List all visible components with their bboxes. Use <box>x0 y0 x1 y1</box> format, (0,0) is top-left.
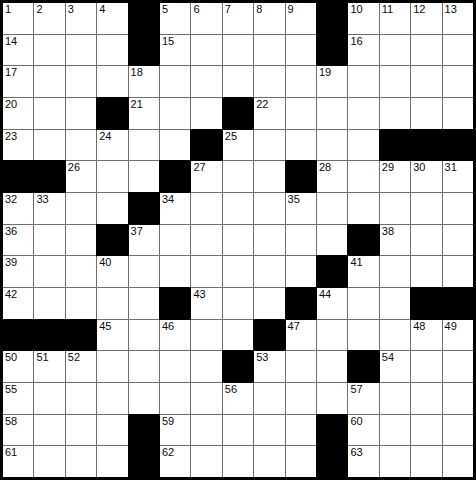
clue-number-21: 21 <box>131 99 143 110</box>
white-cell-r4-c5[interactable]: 21 <box>129 98 159 129</box>
white-cell-r15-c7[interactable] <box>191 446 221 477</box>
white-cell-r7-c8[interactable] <box>223 193 253 224</box>
white-cell-r1-c12[interactable]: 10 <box>348 3 378 34</box>
white-cell-r6-c4[interactable] <box>97 161 127 192</box>
white-cell-r6-c5[interactable] <box>129 161 159 192</box>
clue-number-30: 30 <box>413 162 425 173</box>
clue-number-59: 59 <box>162 416 174 427</box>
white-cell-r15-c12[interactable]: 63 <box>348 446 378 477</box>
black-cell-r4-c4 <box>97 98 127 129</box>
black-cell-r5-c15 <box>443 130 473 161</box>
clue-number-3: 3 <box>68 4 74 15</box>
white-cell-r9-c1[interactable]: 39 <box>3 256 33 287</box>
white-cell-r7-c3[interactable] <box>66 193 96 224</box>
white-cell-r5-c12[interactable] <box>348 130 378 161</box>
white-cell-r5-c10[interactable] <box>286 130 316 161</box>
white-cell-r12-c9[interactable]: 53 <box>254 351 284 382</box>
white-cell-r12-c3[interactable]: 52 <box>66 351 96 382</box>
white-cell-r8-c1[interactable]: 36 <box>3 225 33 256</box>
white-cell-r2-c9[interactable] <box>254 35 284 66</box>
white-cell-r1-c8[interactable]: 7 <box>223 3 253 34</box>
white-cell-r3-c8[interactable] <box>223 66 253 97</box>
black-cell-r11-c9 <box>254 320 284 351</box>
white-cell-r2-c2[interactable] <box>34 35 64 66</box>
white-cell-r8-c8[interactable] <box>223 225 253 256</box>
white-cell-r15-c1[interactable]: 61 <box>3 446 33 477</box>
white-cell-r7-c1[interactable]: 32 <box>3 193 33 224</box>
clue-number-27: 27 <box>193 162 205 173</box>
white-cell-r12-c1[interactable]: 50 <box>3 351 33 382</box>
white-cell-r7-c9[interactable] <box>254 193 284 224</box>
white-cell-r13-c15[interactable] <box>443 383 473 414</box>
white-cell-r6-c14[interactable]: 30 <box>411 161 441 192</box>
white-cell-r1-c6[interactable]: 5 <box>160 3 190 34</box>
black-cell-r1-c11 <box>317 3 347 34</box>
white-cell-r5-c1[interactable]: 23 <box>3 130 33 161</box>
white-cell-r12-c11[interactable] <box>317 351 347 382</box>
white-cell-r7-c6[interactable]: 34 <box>160 193 190 224</box>
clue-number-28: 28 <box>319 162 331 173</box>
white-cell-r14-c2[interactable] <box>34 415 64 446</box>
clue-number-33: 33 <box>36 194 48 205</box>
black-cell-r10-c6 <box>160 288 190 319</box>
white-cell-r3-c10[interactable] <box>286 66 316 97</box>
white-cell-r8-c9[interactable] <box>254 225 284 256</box>
white-cell-r10-c2[interactable] <box>34 288 64 319</box>
white-cell-r14-c9[interactable] <box>254 415 284 446</box>
white-cell-r11-c6[interactable]: 46 <box>160 320 190 351</box>
white-cell-r1-c3[interactable]: 3 <box>66 3 96 34</box>
white-cell-r1-c7[interactable]: 6 <box>191 3 221 34</box>
white-cell-r4-c13[interactable] <box>380 98 410 129</box>
black-cell-r2-c5 <box>129 35 159 66</box>
white-cell-r3-c12[interactable] <box>348 66 378 97</box>
white-cell-r4-c6[interactable] <box>160 98 190 129</box>
white-cell-r13-c10[interactable] <box>286 383 316 414</box>
white-cell-r10-c8[interactable] <box>223 288 253 319</box>
clue-number-2: 2 <box>36 4 42 15</box>
white-cell-r11-c11[interactable] <box>317 320 347 351</box>
white-cell-r2-c3[interactable] <box>66 35 96 66</box>
clue-number-13: 13 <box>445 4 457 15</box>
clue-number-22: 22 <box>256 99 268 110</box>
clue-number-12: 12 <box>413 4 425 15</box>
white-cell-r1-c9[interactable]: 8 <box>254 3 284 34</box>
white-cell-r2-c8[interactable] <box>223 35 253 66</box>
white-cell-r3-c7[interactable] <box>191 66 221 97</box>
white-cell-r12-c13[interactable]: 54 <box>380 351 410 382</box>
white-cell-r5-c3[interactable] <box>66 130 96 161</box>
white-cell-r10-c12[interactable] <box>348 288 378 319</box>
white-cell-r4-c15[interactable] <box>443 98 473 129</box>
white-cell-r6-c13[interactable]: 29 <box>380 161 410 192</box>
white-cell-r1-c10[interactable]: 9 <box>286 3 316 34</box>
white-cell-r13-c2[interactable] <box>34 383 64 414</box>
clue-number-4: 4 <box>99 4 105 15</box>
white-cell-r12-c14[interactable] <box>411 351 441 382</box>
white-cell-r15-c3[interactable] <box>66 446 96 477</box>
white-cell-r12-c15[interactable] <box>443 351 473 382</box>
white-cell-r1-c4[interactable]: 4 <box>97 3 127 34</box>
white-cell-r3-c13[interactable] <box>380 66 410 97</box>
white-cell-r13-c5[interactable] <box>129 383 159 414</box>
white-cell-r15-c14[interactable] <box>411 446 441 477</box>
white-cell-r14-c8[interactable] <box>223 415 253 446</box>
black-cell-r6-c1 <box>3 161 33 192</box>
white-cell-r13-c3[interactable] <box>66 383 96 414</box>
clue-number-63: 63 <box>350 447 362 458</box>
clue-number-18: 18 <box>131 67 143 78</box>
white-cell-r5-c5[interactable] <box>129 130 159 161</box>
black-cell-r5-c14 <box>411 130 441 161</box>
clue-number-50: 50 <box>5 352 17 363</box>
white-cell-r10-c9[interactable] <box>254 288 284 319</box>
white-cell-r1-c1[interactable]: 1 <box>3 3 33 34</box>
white-cell-r15-c8[interactable] <box>223 446 253 477</box>
white-cell-r3-c6[interactable] <box>160 66 190 97</box>
black-cell-r10-c14 <box>411 288 441 319</box>
black-cell-r12-c8 <box>223 351 253 382</box>
white-cell-r6-c11[interactable]: 28 <box>317 161 347 192</box>
white-cell-r8-c13[interactable]: 38 <box>380 225 410 256</box>
white-cell-r9-c8[interactable] <box>223 256 253 287</box>
white-cell-r2-c10[interactable] <box>286 35 316 66</box>
white-cell-r14-c10[interactable] <box>286 415 316 446</box>
white-cell-r12-c6[interactable] <box>160 351 190 382</box>
white-cell-r11-c14[interactable]: 48 <box>411 320 441 351</box>
clue-number-26: 26 <box>68 162 80 173</box>
white-cell-r14-c14[interactable] <box>411 415 441 446</box>
clue-number-54: 54 <box>382 352 394 363</box>
white-cell-r13-c11[interactable] <box>317 383 347 414</box>
white-cell-r7-c12[interactable] <box>348 193 378 224</box>
white-cell-r14-c13[interactable] <box>380 415 410 446</box>
white-cell-r3-c2[interactable] <box>34 66 64 97</box>
black-cell-r7-c5 <box>129 193 159 224</box>
clue-number-55: 55 <box>5 384 17 395</box>
white-cell-r7-c13[interactable] <box>380 193 410 224</box>
white-cell-r10-c3[interactable] <box>66 288 96 319</box>
black-cell-r11-c2 <box>34 320 64 351</box>
white-cell-r4-c14[interactable] <box>411 98 441 129</box>
clue-number-41: 41 <box>350 257 362 268</box>
white-cell-r10-c11[interactable]: 44 <box>317 288 347 319</box>
white-cell-r2-c4[interactable] <box>97 35 127 66</box>
white-cell-r9-c12[interactable]: 41 <box>348 256 378 287</box>
white-cell-r7-c4[interactable] <box>97 193 127 224</box>
white-cell-r10-c5[interactable] <box>129 288 159 319</box>
white-cell-r12-c4[interactable] <box>97 351 127 382</box>
white-cell-r11-c10[interactable]: 47 <box>286 320 316 351</box>
clue-number-53: 53 <box>256 352 268 363</box>
white-cell-r9-c9[interactable] <box>254 256 284 287</box>
white-cell-r4-c7[interactable] <box>191 98 221 129</box>
white-cell-r14-c3[interactable] <box>66 415 96 446</box>
white-cell-r5-c2[interactable] <box>34 130 64 161</box>
white-cell-r11-c12[interactable] <box>348 320 378 351</box>
white-cell-r8-c11[interactable] <box>317 225 347 256</box>
clue-number-45: 45 <box>99 321 111 332</box>
white-cell-r8-c14[interactable] <box>411 225 441 256</box>
black-cell-r1-c5 <box>129 3 159 34</box>
black-cell-r15-c5 <box>129 446 159 477</box>
white-cell-r6-c8[interactable] <box>223 161 253 192</box>
clue-number-61: 61 <box>5 447 17 458</box>
clue-number-48: 48 <box>413 321 425 332</box>
black-cell-r11-c3 <box>66 320 96 351</box>
white-cell-r5-c6[interactable] <box>160 130 190 161</box>
clue-number-51: 51 <box>36 352 48 363</box>
white-cell-r1-c2[interactable]: 2 <box>34 3 64 34</box>
black-cell-r5-c13 <box>380 130 410 161</box>
white-cell-r14-c1[interactable]: 58 <box>3 415 33 446</box>
clue-number-39: 39 <box>5 257 17 268</box>
black-cell-r8-c4 <box>97 225 127 256</box>
clue-number-6: 6 <box>193 4 199 15</box>
white-cell-r2-c12[interactable]: 16 <box>348 35 378 66</box>
white-cell-r7-c14[interactable] <box>411 193 441 224</box>
white-cell-r13-c12[interactable]: 57 <box>348 383 378 414</box>
white-cell-r5-c9[interactable] <box>254 130 284 161</box>
crossword-grid: 1234567891011121314151617181920212223242… <box>0 0 476 480</box>
clue-number-44: 44 <box>319 289 331 300</box>
black-cell-r6-c10 <box>286 161 316 192</box>
white-cell-r9-c4[interactable]: 40 <box>97 256 127 287</box>
white-cell-r11-c15[interactable]: 49 <box>443 320 473 351</box>
clue-number-20: 20 <box>5 99 17 110</box>
white-cell-r8-c2[interactable] <box>34 225 64 256</box>
clue-number-60: 60 <box>350 416 362 427</box>
white-cell-r2-c7[interactable] <box>191 35 221 66</box>
black-cell-r5-c7 <box>191 130 221 161</box>
white-cell-r3-c15[interactable] <box>443 66 473 97</box>
clue-number-10: 10 <box>350 4 362 15</box>
white-cell-r3-c14[interactable] <box>411 66 441 97</box>
black-cell-r12-c12 <box>348 351 378 382</box>
white-cell-r15-c2[interactable] <box>34 446 64 477</box>
black-cell-r14-c5 <box>129 415 159 446</box>
white-cell-r8-c6[interactable] <box>160 225 190 256</box>
white-cell-r13-c8[interactable]: 56 <box>223 383 253 414</box>
clue-number-24: 24 <box>99 131 111 142</box>
white-cell-r5-c8[interactable]: 25 <box>223 130 253 161</box>
clue-number-56: 56 <box>225 384 237 395</box>
clue-number-37: 37 <box>131 226 143 237</box>
black-cell-r2-c11 <box>317 35 347 66</box>
white-cell-r3-c5[interactable]: 18 <box>129 66 159 97</box>
clue-number-8: 8 <box>256 4 262 15</box>
clue-number-15: 15 <box>162 36 174 47</box>
clue-number-58: 58 <box>5 416 17 427</box>
white-cell-r3-c3[interactable] <box>66 66 96 97</box>
white-cell-r13-c7[interactable] <box>191 383 221 414</box>
white-cell-r5-c11[interactable] <box>317 130 347 161</box>
white-cell-r5-c4[interactable]: 24 <box>97 130 127 161</box>
white-cell-r1-c13[interactable]: 11 <box>380 3 410 34</box>
black-cell-r10-c10 <box>286 288 316 319</box>
clue-number-62: 62 <box>162 447 174 458</box>
clue-number-42: 42 <box>5 289 17 300</box>
clue-number-7: 7 <box>225 4 231 15</box>
white-cell-r7-c10[interactable]: 35 <box>286 193 316 224</box>
clue-number-47: 47 <box>288 321 300 332</box>
white-cell-r15-c4[interactable] <box>97 446 127 477</box>
clue-number-5: 5 <box>162 4 168 15</box>
clue-number-16: 16 <box>350 36 362 47</box>
white-cell-r9-c15[interactable] <box>443 256 473 287</box>
white-cell-r15-c15[interactable] <box>443 446 473 477</box>
clue-number-35: 35 <box>288 194 300 205</box>
white-cell-r7-c2[interactable]: 33 <box>34 193 64 224</box>
white-cell-r10-c4[interactable] <box>97 288 127 319</box>
white-cell-r8-c3[interactable] <box>66 225 96 256</box>
white-cell-r9-c2[interactable] <box>34 256 64 287</box>
clue-number-34: 34 <box>162 194 174 205</box>
clue-number-25: 25 <box>225 131 237 142</box>
white-cell-r10-c7[interactable]: 43 <box>191 288 221 319</box>
black-cell-r8-c12 <box>348 225 378 256</box>
white-cell-r4-c11[interactable] <box>317 98 347 129</box>
white-cell-r13-c9[interactable] <box>254 383 284 414</box>
white-cell-r8-c10[interactable] <box>286 225 316 256</box>
clue-number-14: 14 <box>5 36 17 47</box>
white-cell-r9-c10[interactable] <box>286 256 316 287</box>
white-cell-r12-c2[interactable]: 51 <box>34 351 64 382</box>
white-cell-r6-c12[interactable] <box>348 161 378 192</box>
clue-number-52: 52 <box>68 352 80 363</box>
clue-number-36: 36 <box>5 226 17 237</box>
white-cell-r15-c10[interactable] <box>286 446 316 477</box>
white-cell-r7-c7[interactable] <box>191 193 221 224</box>
black-cell-r11-c1 <box>3 320 33 351</box>
white-cell-r7-c11[interactable] <box>317 193 347 224</box>
white-cell-r13-c1[interactable]: 55 <box>3 383 33 414</box>
white-cell-r2-c14[interactable] <box>411 35 441 66</box>
white-cell-r10-c13[interactable] <box>380 288 410 319</box>
white-cell-r13-c6[interactable] <box>160 383 190 414</box>
clue-number-38: 38 <box>382 226 394 237</box>
white-cell-r6-c9[interactable] <box>254 161 284 192</box>
white-cell-r13-c13[interactable] <box>380 383 410 414</box>
white-cell-r15-c9[interactable] <box>254 446 284 477</box>
white-cell-r14-c12[interactable]: 60 <box>348 415 378 446</box>
white-cell-r4-c10[interactable] <box>286 98 316 129</box>
clue-number-29: 29 <box>382 162 394 173</box>
clue-number-19: 19 <box>319 67 331 78</box>
white-cell-r4-c3[interactable] <box>66 98 96 129</box>
clue-number-23: 23 <box>5 131 17 142</box>
clue-number-49: 49 <box>445 321 457 332</box>
white-cell-r6-c15[interactable]: 31 <box>443 161 473 192</box>
black-cell-r14-c11 <box>317 415 347 446</box>
white-cell-r8-c15[interactable] <box>443 225 473 256</box>
white-cell-r7-c15[interactable] <box>443 193 473 224</box>
white-cell-r12-c10[interactable] <box>286 351 316 382</box>
clue-number-31: 31 <box>445 162 457 173</box>
white-cell-r4-c9[interactable]: 22 <box>254 98 284 129</box>
white-cell-r10-c1[interactable]: 42 <box>3 288 33 319</box>
white-cell-r9-c3[interactable] <box>66 256 96 287</box>
black-cell-r10-c15 <box>443 288 473 319</box>
white-cell-r14-c6[interactable]: 59 <box>160 415 190 446</box>
white-cell-r13-c4[interactable] <box>97 383 127 414</box>
black-cell-r9-c11 <box>317 256 347 287</box>
white-cell-r15-c13[interactable] <box>380 446 410 477</box>
white-cell-r11-c8[interactable] <box>223 320 253 351</box>
white-cell-r2-c15[interactable] <box>443 35 473 66</box>
black-cell-r4-c8 <box>223 98 253 129</box>
white-cell-r15-c6[interactable]: 62 <box>160 446 190 477</box>
white-cell-r9-c14[interactable] <box>411 256 441 287</box>
white-cell-r8-c7[interactable] <box>191 225 221 256</box>
white-cell-r11-c7[interactable] <box>191 320 221 351</box>
clue-number-57: 57 <box>350 384 362 395</box>
white-cell-r11-c5[interactable] <box>129 320 159 351</box>
clue-number-11: 11 <box>382 4 393 15</box>
clue-number-46: 46 <box>162 321 174 332</box>
white-cell-r2-c13[interactable] <box>380 35 410 66</box>
clue-number-9: 9 <box>288 4 294 15</box>
white-cell-r11-c4[interactable]: 45 <box>97 320 127 351</box>
white-cell-r13-c14[interactable] <box>411 383 441 414</box>
white-cell-r1-c15[interactable]: 13 <box>443 3 473 34</box>
black-cell-r15-c11 <box>317 446 347 477</box>
white-cell-r12-c7[interactable] <box>191 351 221 382</box>
white-cell-r9-c13[interactable] <box>380 256 410 287</box>
white-cell-r3-c9[interactable] <box>254 66 284 97</box>
white-cell-r4-c12[interactable] <box>348 98 378 129</box>
clue-number-32: 32 <box>5 194 17 205</box>
white-cell-r14-c4[interactable] <box>97 415 127 446</box>
white-cell-r6-c3[interactable]: 26 <box>66 161 96 192</box>
white-cell-r4-c1[interactable]: 20 <box>3 98 33 129</box>
white-cell-r9-c7[interactable] <box>191 256 221 287</box>
black-cell-r6-c6 <box>160 161 190 192</box>
white-cell-r14-c7[interactable] <box>191 415 221 446</box>
white-cell-r9-c6[interactable] <box>160 256 190 287</box>
white-cell-r6-c7[interactable]: 27 <box>191 161 221 192</box>
white-cell-r1-c14[interactable]: 12 <box>411 3 441 34</box>
white-cell-r8-c5[interactable]: 37 <box>129 225 159 256</box>
clue-number-17: 17 <box>5 67 17 78</box>
clue-number-40: 40 <box>99 257 111 268</box>
clue-number-1: 1 <box>5 4 11 15</box>
white-cell-r2-c1[interactable]: 14 <box>3 35 33 66</box>
white-cell-r12-c5[interactable] <box>129 351 159 382</box>
black-cell-r6-c2 <box>34 161 64 192</box>
white-cell-r3-c1[interactable]: 17 <box>3 66 33 97</box>
white-cell-r3-c4[interactable] <box>97 66 127 97</box>
white-cell-r9-c5[interactable] <box>129 256 159 287</box>
clue-number-43: 43 <box>193 289 205 300</box>
white-cell-r11-c13[interactable] <box>380 320 410 351</box>
white-cell-r3-c11[interactable]: 19 <box>317 66 347 97</box>
white-cell-r4-c2[interactable] <box>34 98 64 129</box>
white-cell-r14-c15[interactable] <box>443 415 473 446</box>
white-cell-r2-c6[interactable]: 15 <box>160 35 190 66</box>
